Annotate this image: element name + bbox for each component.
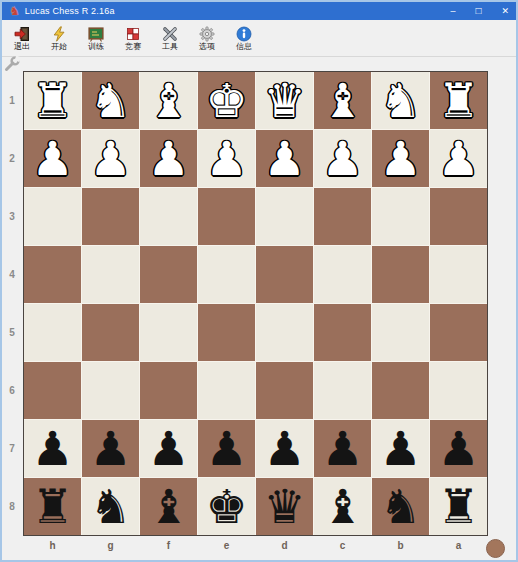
- black-pawn: ♟: [147, 420, 189, 477]
- square-c6[interactable]: [314, 362, 371, 419]
- white-rook: ♜: [437, 72, 479, 129]
- exit-door-icon: [14, 26, 30, 42]
- square-f2[interactable]: ♟: [140, 130, 197, 187]
- square-e1[interactable]: ♚: [198, 72, 255, 129]
- minimize-button[interactable]: –: [450, 7, 455, 16]
- white-pawn: ♟: [147, 130, 189, 187]
- black-bishop: ♝: [147, 478, 189, 535]
- square-c1[interactable]: ♝: [314, 72, 371, 129]
- toolbar-label-start: 开始: [51, 43, 67, 51]
- square-a3[interactable]: [430, 188, 487, 245]
- file-label-h: h: [24, 538, 81, 553]
- black-pawn: ♟: [263, 420, 305, 477]
- toolbar-label-exit: 退出: [14, 43, 30, 51]
- white-pawn: ♟: [379, 130, 421, 187]
- square-h2[interactable]: ♟: [24, 130, 81, 187]
- square-h6[interactable]: [24, 362, 81, 419]
- square-h4[interactable]: [24, 246, 81, 303]
- rank-label-3: 3: [2, 188, 22, 245]
- square-c8[interactable]: ♝: [314, 478, 371, 535]
- file-label-e: e: [198, 538, 255, 553]
- square-a2[interactable]: ♟: [430, 130, 487, 187]
- square-b5[interactable]: [372, 304, 429, 361]
- file-label-d: d: [256, 538, 313, 553]
- square-b7[interactable]: ♟: [372, 420, 429, 477]
- square-h7[interactable]: ♟: [24, 420, 81, 477]
- square-c5[interactable]: [314, 304, 371, 361]
- start-button[interactable]: 开始: [42, 22, 76, 55]
- white-pawn: ♟: [205, 130, 247, 187]
- toolbar-label-compete: 竞赛: [125, 43, 141, 51]
- square-c4[interactable]: [314, 246, 371, 303]
- tools-icon: [162, 26, 178, 42]
- black-pawn: ♟: [31, 420, 73, 477]
- square-d4[interactable]: [256, 246, 313, 303]
- board[interactable]: ♜♞♝♚♛♝♞♜♟♟♟♟♟♟♟♟♟♟♟♟♟♟♟♟♜♞♝♚♛♝♞♜: [23, 71, 488, 536]
- white-knight: ♞: [89, 72, 131, 129]
- white-king: ♚: [205, 72, 247, 129]
- square-b4[interactable]: [372, 246, 429, 303]
- black-knight: ♞: [379, 478, 421, 535]
- rank-label-7: 7: [2, 420, 22, 477]
- square-g8[interactable]: ♞: [82, 478, 139, 535]
- square-h3[interactable]: [24, 188, 81, 245]
- black-king: ♚: [205, 478, 247, 535]
- info-button[interactable]: 信息: [227, 22, 261, 55]
- square-f8[interactable]: ♝: [140, 478, 197, 535]
- square-a5[interactable]: [430, 304, 487, 361]
- white-pawn: ♟: [437, 130, 479, 187]
- rank-label-5: 5: [2, 304, 22, 361]
- rank-label-2: 2: [2, 130, 22, 187]
- file-label-f: f: [140, 538, 197, 553]
- white-pawn: ♟: [321, 130, 363, 187]
- black-pawn: ♟: [437, 420, 479, 477]
- square-a1[interactable]: ♜: [430, 72, 487, 129]
- square-g4[interactable]: [82, 246, 139, 303]
- square-g1[interactable]: ♞: [82, 72, 139, 129]
- file-label-b: b: [372, 538, 429, 553]
- toolbar-label-tools: 工具: [162, 43, 178, 51]
- square-d7[interactable]: ♟: [256, 420, 313, 477]
- square-b6[interactable]: [372, 362, 429, 419]
- rank-label-4: 4: [2, 246, 22, 303]
- black-queen: ♛: [263, 478, 305, 535]
- maximize-button[interactable]: □: [475, 6, 481, 16]
- black-rook: ♜: [31, 478, 73, 535]
- square-h1[interactable]: ♜: [24, 72, 81, 129]
- black-rook: ♜: [437, 478, 479, 535]
- rank-label-8: 8: [2, 478, 22, 535]
- rank-label-1: 1: [2, 72, 22, 129]
- square-d3[interactable]: [256, 188, 313, 245]
- square-d8[interactable]: ♛: [256, 478, 313, 535]
- square-b8[interactable]: ♞: [372, 478, 429, 535]
- info-icon: [236, 26, 252, 42]
- square-b1[interactable]: ♞: [372, 72, 429, 129]
- options-button[interactable]: 选项: [190, 22, 224, 55]
- square-e6[interactable]: [198, 362, 255, 419]
- square-e8[interactable]: ♚: [198, 478, 255, 535]
- start-icon: [51, 26, 67, 42]
- square-g5[interactable]: [82, 304, 139, 361]
- compete-cube-icon: [125, 26, 141, 42]
- white-queen: ♛: [263, 72, 305, 129]
- square-c3[interactable]: [314, 188, 371, 245]
- app-knight-icon: ♞: [9, 5, 20, 17]
- square-e3[interactable]: [198, 188, 255, 245]
- square-e7[interactable]: ♟: [198, 420, 255, 477]
- exit-button[interactable]: 退出: [5, 22, 39, 55]
- main-area: 12345678 ♜♞♝♚♛♝♞♜♟♟♟♟♟♟♟♟♟♟♟♟♟♟♟♟♜♞♝♚♛♝♞…: [2, 58, 516, 560]
- white-bishop: ♝: [321, 72, 363, 129]
- window-title: Lucas Chess R 2.16a: [25, 6, 115, 16]
- white-knight: ♞: [379, 72, 421, 129]
- training-button[interactable]: 训练: [79, 22, 113, 55]
- toolbar-label-training: 训练: [88, 43, 104, 51]
- toolbar-label-info: 信息: [236, 43, 252, 51]
- black-pawn: ♟: [321, 420, 363, 477]
- white-bishop: ♝: [147, 72, 189, 129]
- square-f4[interactable]: [140, 246, 197, 303]
- titlebar: ♞ Lucas Chess R 2.16a – □ ✕: [2, 2, 516, 20]
- square-e4[interactable]: [198, 246, 255, 303]
- square-g6[interactable]: [82, 362, 139, 419]
- close-button[interactable]: ✕: [501, 7, 509, 16]
- square-d5[interactable]: [256, 304, 313, 361]
- square-b3[interactable]: [372, 188, 429, 245]
- square-e5[interactable]: [198, 304, 255, 361]
- file-label-a: a: [430, 538, 487, 553]
- square-a8[interactable]: ♜: [430, 478, 487, 535]
- black-bishop: ♝: [321, 478, 363, 535]
- file-labels: hgfedcba: [24, 538, 487, 553]
- square-h8[interactable]: ♜: [24, 478, 81, 535]
- black-knight: ♞: [89, 478, 131, 535]
- app-window: ♞ Lucas Chess R 2.16a – □ ✕ 退出 开始: [0, 0, 518, 562]
- white-pawn: ♟: [263, 130, 305, 187]
- square-a4[interactable]: [430, 246, 487, 303]
- white-rook: ♜: [31, 72, 73, 129]
- square-f6[interactable]: [140, 362, 197, 419]
- square-f1[interactable]: ♝: [140, 72, 197, 129]
- black-pawn: ♟: [379, 420, 421, 477]
- options-gear-icon: [199, 26, 215, 42]
- square-a6[interactable]: [430, 362, 487, 419]
- square-e2[interactable]: ♟: [198, 130, 255, 187]
- square-a7[interactable]: ♟: [430, 420, 487, 477]
- training-board-icon: [88, 26, 104, 42]
- white-pawn: ♟: [89, 130, 131, 187]
- white-pawn: ♟: [31, 130, 73, 187]
- compete-button[interactable]: 竞赛: [116, 22, 150, 55]
- window-controls: – □ ✕: [450, 6, 509, 16]
- rank-label-6: 6: [2, 362, 22, 419]
- toolbar-label-options: 选项: [199, 43, 215, 51]
- square-g7[interactable]: ♟: [82, 420, 139, 477]
- file-label-c: c: [314, 538, 371, 553]
- square-h5[interactable]: [24, 304, 81, 361]
- rank-labels: 12345678: [2, 72, 22, 535]
- wrench-icon: [4, 56, 20, 72]
- square-b2[interactable]: ♟: [372, 130, 429, 187]
- square-d1[interactable]: ♛: [256, 72, 313, 129]
- corner-circle-indicator: [486, 539, 505, 558]
- square-g3[interactable]: [82, 188, 139, 245]
- tools-button[interactable]: 工具: [153, 22, 187, 55]
- square-g2[interactable]: ♟: [82, 130, 139, 187]
- square-f5[interactable]: [140, 304, 197, 361]
- square-d6[interactable]: [256, 362, 313, 419]
- black-pawn: ♟: [89, 420, 131, 477]
- square-d2[interactable]: ♟: [256, 130, 313, 187]
- square-c2[interactable]: ♟: [314, 130, 371, 187]
- square-f3[interactable]: [140, 188, 197, 245]
- square-f7[interactable]: ♟: [140, 420, 197, 477]
- toolbar: 退出 开始 训练 竞赛: [2, 20, 516, 57]
- file-label-g: g: [82, 538, 139, 553]
- black-pawn: ♟: [205, 420, 247, 477]
- square-c7[interactable]: ♟: [314, 420, 371, 477]
